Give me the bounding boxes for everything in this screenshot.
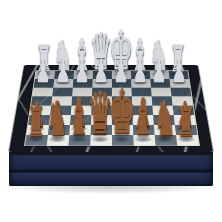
square-g6: [151, 88, 172, 97]
square-e3: [112, 115, 133, 125]
square-d1: [90, 135, 112, 146]
square-h2: [175, 125, 198, 135]
square-g5: [152, 96, 173, 105]
square-h6: [171, 88, 192, 97]
square-f1: [133, 135, 155, 146]
square-c1: [68, 135, 90, 146]
square-a1: [25, 135, 48, 146]
square-c2: [69, 125, 91, 135]
storage-box-front: [9, 152, 213, 186]
square-h1: [176, 135, 199, 146]
square-a4: [30, 106, 52, 115]
square-b3: [49, 115, 71, 125]
square-a6: [32, 88, 53, 97]
square-f4: [132, 106, 153, 115]
square-e8: [112, 71, 131, 79]
square-h3: [174, 115, 196, 125]
square-b4: [50, 106, 71, 115]
square-b7: [53, 79, 73, 88]
square-a8: [35, 71, 55, 79]
square-c3: [70, 115, 91, 125]
square-e5: [112, 96, 132, 105]
square-c7: [73, 79, 93, 88]
square-d5: [92, 96, 112, 105]
square-a2: [27, 125, 49, 135]
square-b2: [48, 125, 70, 135]
square-f5: [132, 96, 153, 105]
square-f2: [133, 125, 155, 135]
square-g2: [154, 125, 176, 135]
square-f7: [131, 79, 151, 88]
square-f6: [131, 88, 151, 97]
square-e4: [112, 106, 133, 115]
square-c4: [71, 106, 92, 115]
square-d8: [93, 71, 112, 79]
square-a3: [28, 115, 50, 125]
square-f8: [131, 71, 151, 79]
square-g4: [152, 106, 173, 115]
square-c8: [73, 71, 93, 79]
square-d6: [92, 88, 112, 97]
square-g1: [155, 135, 178, 146]
square-f3: [133, 115, 154, 125]
square-h4: [173, 106, 195, 115]
square-d7: [92, 79, 112, 88]
square-g7: [150, 79, 170, 88]
chess-set-photo: chess ♜♞♝♛♚♝♞♜♟♟♟♟♟♟♟♟♟♟♟♟♟♟♟♟♜♞♝♛♚♝♞♜: [0, 0, 222, 222]
square-b6: [52, 88, 73, 97]
board-grid: [24, 70, 200, 146]
chess-board: [9, 65, 213, 152]
square-g3: [153, 115, 175, 125]
square-e2: [112, 125, 133, 135]
square-h5: [172, 96, 193, 105]
square-c6: [72, 88, 92, 97]
square-a7: [34, 79, 55, 88]
square-a5: [31, 96, 52, 105]
square-d4: [91, 106, 112, 115]
square-d2: [91, 125, 112, 135]
square-h7: [170, 79, 191, 88]
square-e7: [112, 79, 132, 88]
square-h8: [169, 71, 189, 79]
square-c5: [71, 96, 92, 105]
square-b1: [47, 135, 70, 146]
square-b8: [54, 71, 74, 79]
square-d3: [91, 115, 112, 125]
square-g8: [150, 71, 170, 79]
square-b5: [51, 96, 72, 105]
square-e6: [112, 88, 132, 97]
square-e1: [112, 135, 134, 146]
